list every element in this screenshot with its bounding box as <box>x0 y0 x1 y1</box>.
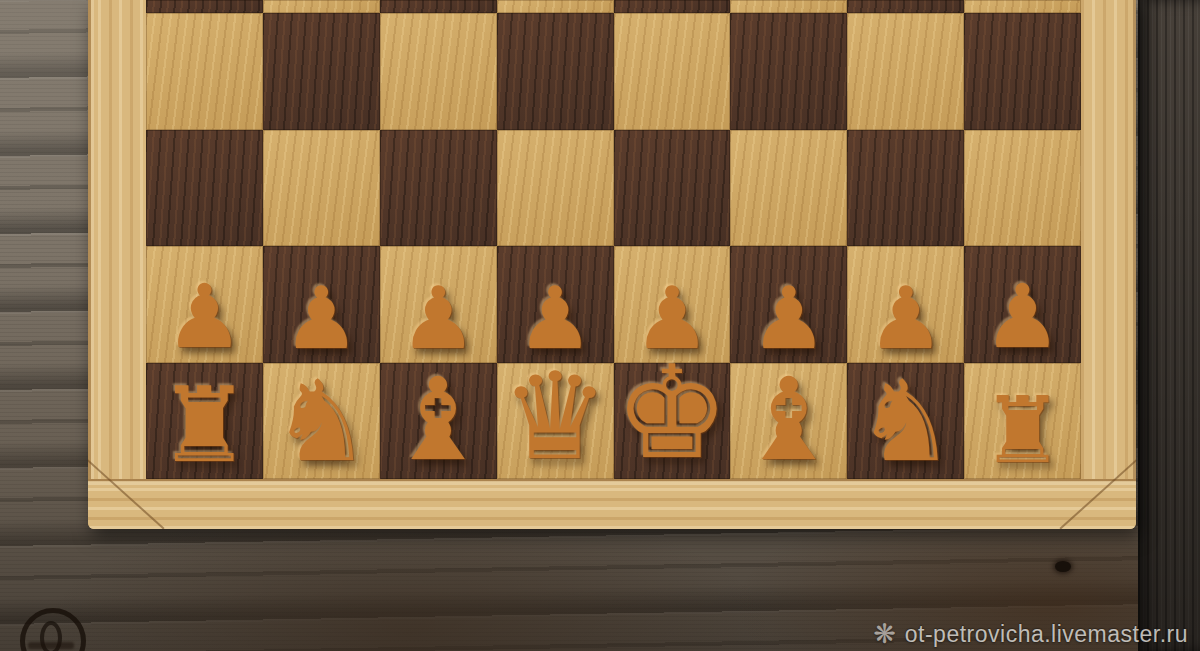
square-f4 <box>730 13 847 130</box>
piece-white-king-e1: ♚ <box>615 349 730 477</box>
square-g5 <box>847 0 964 13</box>
square-b5 <box>263 0 380 13</box>
piece-white-bishop-f1: ♝ <box>738 363 840 477</box>
board-frame-right <box>1081 0 1136 529</box>
snowflake-icon: ❋ <box>873 621 896 648</box>
piece-white-rook-h1: ♜ <box>981 385 1063 477</box>
square-f2: ♟ <box>730 246 847 363</box>
square-c1: ♝ <box>380 363 497 480</box>
board-squares-grid: ♟♟♟♟♟♟♟♟♜♞♝♛♚♝♞♜ <box>146 0 1081 479</box>
square-d3 <box>497 130 614 247</box>
board-frame-left <box>88 0 146 529</box>
square-g4 <box>847 13 964 130</box>
piece-white-knight-b1: ♞ <box>271 365 371 477</box>
square-c5 <box>380 0 497 13</box>
piece-white-pawn-g2: ♟ <box>867 275 944 361</box>
square-a5 <box>146 0 263 13</box>
square-e5 <box>614 0 731 13</box>
square-e3 <box>614 130 731 247</box>
square-f3 <box>730 130 847 247</box>
square-b1: ♞ <box>263 363 380 480</box>
piece-white-pawn-a2: ♟ <box>165 273 244 361</box>
piece-white-knight-g1: ♞ <box>855 365 955 477</box>
photographer-stamp-logo <box>16 606 106 651</box>
square-b3 <box>263 130 380 247</box>
square-d1: ♛ <box>497 363 614 480</box>
watermark-text: ot-petrovicha.livemaster.ru <box>905 621 1188 648</box>
piece-white-pawn-h2: ♟ <box>983 273 1062 361</box>
piece-white-pawn-b2: ♟ <box>283 275 360 361</box>
square-d4 <box>497 13 614 130</box>
piece-white-pawn-c2: ♟ <box>400 275 477 361</box>
square-c4 <box>380 13 497 130</box>
square-g1: ♞ <box>847 363 964 480</box>
square-b4 <box>263 13 380 130</box>
square-g3 <box>847 130 964 247</box>
square-e1: ♚ <box>614 363 731 480</box>
square-f5 <box>730 0 847 13</box>
board-frame-bottom <box>88 479 1136 529</box>
square-h5 <box>964 0 1081 13</box>
square-a4 <box>146 13 263 130</box>
piece-white-queen-d1: ♛ <box>501 357 609 477</box>
piece-white-bishop-c1: ♝ <box>387 363 489 477</box>
square-c3 <box>380 130 497 247</box>
watermark: ❋ ot-petrovicha.livemaster.ru <box>873 621 1188 648</box>
piece-white-rook-a1: ♜ <box>158 373 251 477</box>
chess-board: ♟♟♟♟♟♟♟♟♜♞♝♛♚♝♞♜ <box>88 0 1136 529</box>
square-b2: ♟ <box>263 246 380 363</box>
square-g2: ♟ <box>847 246 964 363</box>
square-d2: ♟ <box>497 246 614 363</box>
background-dark-plank-right <box>1138 0 1200 651</box>
square-a1: ♜ <box>146 363 263 480</box>
square-e4 <box>614 13 731 130</box>
square-h2: ♟ <box>964 246 1081 363</box>
square-f1: ♝ <box>730 363 847 480</box>
wood-knot <box>1055 561 1071 572</box>
square-c2: ♟ <box>380 246 497 363</box>
square-h1: ♜ <box>964 363 1081 480</box>
square-d5 <box>497 0 614 13</box>
square-h4 <box>964 13 1081 130</box>
stamp-caption-smudge <box>28 642 74 649</box>
square-a3 <box>146 130 263 247</box>
photo-scene: ♟♟♟♟♟♟♟♟♜♞♝♛♚♝♞♜ ❋ ot-petrovicha.livemas… <box>0 0 1200 651</box>
square-a2: ♟ <box>146 246 263 363</box>
square-h3 <box>964 130 1081 247</box>
piece-white-pawn-f2: ♟ <box>750 275 827 361</box>
